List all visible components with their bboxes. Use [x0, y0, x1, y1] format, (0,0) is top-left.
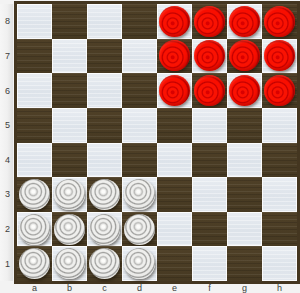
square-e6[interactable] — [157, 73, 192, 108]
square-g4[interactable] — [227, 143, 262, 178]
rank-label-5: 5 — [0, 108, 13, 143]
square-c3[interactable] — [87, 177, 122, 212]
square-a4[interactable] — [17, 143, 52, 178]
rank-label-3: 3 — [0, 177, 13, 212]
square-c1[interactable] — [87, 246, 122, 281]
square-d4[interactable] — [122, 143, 157, 178]
square-g3[interactable] — [227, 177, 262, 212]
square-b6[interactable] — [52, 73, 87, 108]
rank-label-7: 7 — [0, 39, 13, 74]
square-c2[interactable] — [87, 212, 122, 247]
rank-label-6: 6 — [0, 73, 13, 108]
white-piece-d1[interactable] — [124, 248, 155, 279]
square-e8[interactable] — [157, 4, 192, 39]
square-a1[interactable] — [17, 246, 52, 281]
red-piece-g8[interactable] — [229, 6, 260, 37]
square-b8[interactable] — [52, 4, 87, 39]
square-c5[interactable] — [87, 108, 122, 143]
red-piece-g7[interactable] — [229, 40, 260, 71]
square-b3[interactable] — [52, 177, 87, 212]
square-d1[interactable] — [122, 246, 157, 281]
checkers-app: 87654321 abcdefgh — [0, 0, 300, 293]
square-e4[interactable] — [157, 143, 192, 178]
square-c7[interactable] — [87, 39, 122, 74]
square-g2[interactable] — [227, 212, 262, 247]
red-piece-e8[interactable] — [159, 6, 190, 37]
square-e3[interactable] — [157, 177, 192, 212]
square-a7[interactable] — [17, 39, 52, 74]
square-h6[interactable] — [262, 73, 297, 108]
square-f5[interactable] — [192, 108, 227, 143]
file-label-b: b — [52, 283, 87, 293]
red-piece-e7[interactable] — [159, 40, 190, 71]
square-f7[interactable] — [192, 39, 227, 74]
rank-label-2: 2 — [0, 212, 13, 247]
square-c4[interactable] — [87, 143, 122, 178]
square-a6[interactable] — [17, 73, 52, 108]
square-d6[interactable] — [122, 73, 157, 108]
square-e1[interactable] — [157, 246, 192, 281]
square-f1[interactable] — [192, 246, 227, 281]
square-f2[interactable] — [192, 212, 227, 247]
square-g7[interactable] — [227, 39, 262, 74]
square-a3[interactable] — [17, 177, 52, 212]
board — [14, 1, 300, 284]
rank-label-8: 8 — [0, 4, 13, 39]
square-a5[interactable] — [17, 108, 52, 143]
square-b7[interactable] — [52, 39, 87, 74]
red-piece-g6[interactable] — [229, 75, 260, 106]
square-b2[interactable] — [52, 212, 87, 247]
square-h3[interactable] — [262, 177, 297, 212]
file-label-c: c — [87, 283, 122, 293]
square-c8[interactable] — [87, 4, 122, 39]
square-d8[interactable] — [122, 4, 157, 39]
square-h2[interactable] — [262, 212, 297, 247]
red-piece-h7[interactable] — [264, 40, 295, 71]
white-piece-a1[interactable] — [19, 248, 50, 279]
square-h5[interactable] — [262, 108, 297, 143]
white-piece-b2[interactable] — [54, 214, 85, 245]
file-label-a: a — [17, 283, 52, 293]
file-label-f: f — [192, 283, 227, 293]
square-h7[interactable] — [262, 39, 297, 74]
white-piece-a3[interactable] — [19, 179, 50, 210]
square-g5[interactable] — [227, 108, 262, 143]
square-d7[interactable] — [122, 39, 157, 74]
square-h8[interactable] — [262, 4, 297, 39]
file-label-g: g — [227, 283, 262, 293]
square-c6[interactable] — [87, 73, 122, 108]
rank-labels: 87654321 — [0, 4, 13, 281]
file-label-h: h — [262, 283, 297, 293]
square-d5[interactable] — [122, 108, 157, 143]
square-h4[interactable] — [262, 143, 297, 178]
file-label-e: e — [157, 283, 192, 293]
white-piece-c2[interactable] — [89, 214, 120, 245]
square-b4[interactable] — [52, 143, 87, 178]
square-f8[interactable] — [192, 4, 227, 39]
red-piece-h6[interactable] — [264, 75, 295, 106]
square-b1[interactable] — [52, 246, 87, 281]
square-g1[interactable] — [227, 246, 262, 281]
square-f3[interactable] — [192, 177, 227, 212]
square-d2[interactable] — [122, 212, 157, 247]
white-piece-b1[interactable] — [54, 248, 85, 279]
square-a8[interactable] — [17, 4, 52, 39]
white-piece-b3[interactable] — [54, 179, 85, 210]
white-piece-c1[interactable] — [89, 248, 120, 279]
square-a2[interactable] — [17, 212, 52, 247]
white-piece-d2[interactable] — [124, 214, 155, 245]
rank-label-4: 4 — [0, 143, 13, 178]
rank-label-1: 1 — [0, 246, 13, 281]
red-piece-f7[interactable] — [194, 40, 225, 71]
white-piece-c3[interactable] — [89, 179, 120, 210]
square-e7[interactable] — [157, 39, 192, 74]
square-f4[interactable] — [192, 143, 227, 178]
file-label-d: d — [122, 283, 157, 293]
square-d3[interactable] — [122, 177, 157, 212]
square-e2[interactable] — [157, 212, 192, 247]
square-g6[interactable] — [227, 73, 262, 108]
square-e5[interactable] — [157, 108, 192, 143]
red-piece-e6[interactable] — [159, 75, 190, 106]
square-b5[interactable] — [52, 108, 87, 143]
white-piece-a2[interactable] — [19, 214, 50, 245]
white-piece-d3[interactable] — [124, 179, 155, 210]
red-piece-f6[interactable] — [194, 75, 225, 106]
red-piece-h8[interactable] — [264, 6, 295, 37]
square-h1[interactable] — [262, 246, 297, 281]
red-piece-f8[interactable] — [194, 6, 225, 37]
square-g8[interactable] — [227, 4, 262, 39]
file-labels: abcdefgh — [17, 283, 297, 293]
square-f6[interactable] — [192, 73, 227, 108]
